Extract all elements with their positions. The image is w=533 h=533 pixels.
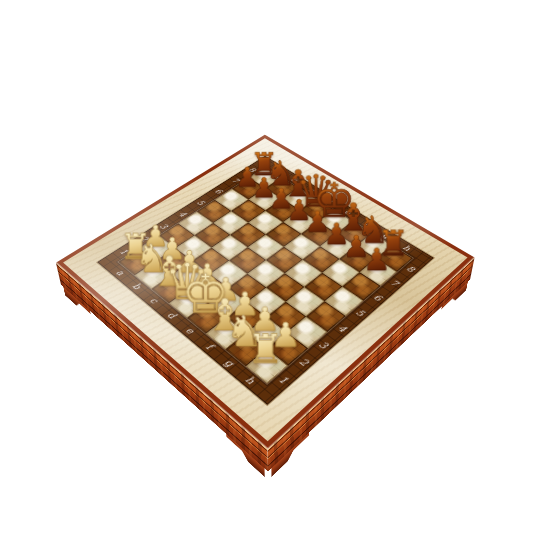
piece-glyph: ♜	[247, 331, 283, 367]
scene-perspective: abcdefgh abcdefgh 87654321 87654321 ♜♜♞♞…	[0, 0, 533, 533]
rank-label-7: 7	[380, 272, 409, 294]
product-photo-amber-chess-set: abcdefgh abcdefgh 87654321 87654321 ♜♜♞♞…	[0, 0, 533, 533]
board-foot	[271, 433, 309, 477]
amber-coordinate-border: abcdefgh abcdefgh 87654321 87654321 ♜♜♞♞…	[97, 156, 434, 405]
playing-field: ♜♜♞♞♝♝♛♛♚♚♝♝♞♞♜♜♟♟♟♟♟♟♟♟♟♟♟♟♟♟♟♟♟♟♟♟♟♟♟♟…	[119, 167, 413, 383]
square-d5	[248, 234, 284, 260]
rank-label-5: 5	[346, 301, 376, 325]
board-foot	[63, 287, 92, 320]
maple-band: abcdefgh abcdefgh 87654321 87654321 ♜♜♞♞…	[63, 138, 467, 441]
square-h1: ♜♜	[246, 349, 288, 384]
board-top-face: abcdefgh abcdefgh 87654321 87654321 ♜♜♞♞…	[56, 135, 475, 449]
board-foot	[440, 282, 468, 315]
piece-reflection: ♜	[247, 367, 283, 403]
chess-board: abcdefgh abcdefgh 87654321 87654321 ♜♜♞♞…	[56, 135, 475, 449]
piece-glyph: ♟	[363, 246, 390, 273]
